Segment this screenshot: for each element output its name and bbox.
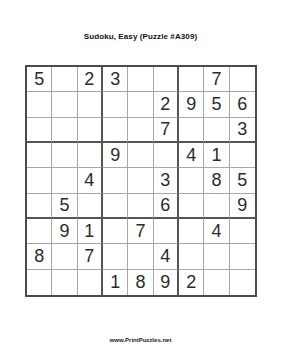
cell-r5c9[interactable]: 5 <box>230 168 255 193</box>
cell-r2c2[interactable] <box>52 92 77 117</box>
cell-r3c6[interactable]: 7 <box>154 118 179 143</box>
cell-r7c5[interactable]: 7 <box>128 219 153 244</box>
cell-r7c9[interactable] <box>230 219 255 244</box>
footer-url: www.PrintPuzzles.net <box>0 337 281 343</box>
cell-r6c2[interactable]: 5 <box>52 194 77 219</box>
cell-r6c5[interactable] <box>128 194 153 219</box>
cell-r6c8[interactable] <box>204 194 229 219</box>
cell-r8c5[interactable] <box>128 244 153 269</box>
page-title: Sudoku, Easy (Puzzle #A309) <box>0 32 281 41</box>
cell-r8c7[interactable] <box>179 244 204 269</box>
cell-r4c1[interactable] <box>27 143 52 168</box>
cell-r6c7[interactable] <box>179 194 204 219</box>
cell-r1c6[interactable] <box>154 67 179 92</box>
puzzle-page: Sudoku, Easy (Puzzle #A309) 523729567394… <box>0 0 281 363</box>
cell-r3c9[interactable]: 3 <box>230 118 255 143</box>
cell-r5c7[interactable] <box>179 168 204 193</box>
cell-r9c8[interactable] <box>204 270 229 295</box>
cell-r2c8[interactable]: 5 <box>204 92 229 117</box>
cell-r4c7[interactable]: 4 <box>179 143 204 168</box>
cell-r2c5[interactable] <box>128 92 153 117</box>
cell-r9c2[interactable] <box>52 270 77 295</box>
cell-r5c5[interactable] <box>128 168 153 193</box>
cell-r1c7[interactable] <box>179 67 204 92</box>
cell-r8c6[interactable]: 4 <box>154 244 179 269</box>
cell-r4c5[interactable] <box>128 143 153 168</box>
cell-r6c3[interactable] <box>78 194 103 219</box>
cell-r3c3[interactable] <box>78 118 103 143</box>
cell-r7c3[interactable]: 1 <box>78 219 103 244</box>
cell-r9c5[interactable]: 8 <box>128 270 153 295</box>
cell-r1c5[interactable] <box>128 67 153 92</box>
cell-r9c1[interactable] <box>27 270 52 295</box>
cell-r5c8[interactable]: 8 <box>204 168 229 193</box>
cell-r2c6[interactable]: 2 <box>154 92 179 117</box>
cell-r3c7[interactable] <box>179 118 204 143</box>
cell-r5c6[interactable]: 3 <box>154 168 179 193</box>
cell-r1c9[interactable] <box>230 67 255 92</box>
cell-r3c8[interactable] <box>204 118 229 143</box>
cell-r8c9[interactable] <box>230 244 255 269</box>
cell-r7c7[interactable] <box>179 219 204 244</box>
cell-r9c9[interactable] <box>230 270 255 295</box>
cell-r4c9[interactable] <box>230 143 255 168</box>
cell-r6c9[interactable]: 9 <box>230 194 255 219</box>
cell-r1c4[interactable]: 3 <box>103 67 128 92</box>
cell-r5c2[interactable] <box>52 168 77 193</box>
cell-r4c8[interactable]: 1 <box>204 143 229 168</box>
cell-r7c8[interactable]: 4 <box>204 219 229 244</box>
cell-r6c1[interactable] <box>27 194 52 219</box>
cell-r8c3[interactable]: 7 <box>78 244 103 269</box>
cell-r5c4[interactable] <box>103 168 128 193</box>
cell-r1c1[interactable]: 5 <box>27 67 52 92</box>
cell-r1c2[interactable] <box>52 67 77 92</box>
cell-r2c9[interactable]: 6 <box>230 92 255 117</box>
cell-r8c4[interactable] <box>103 244 128 269</box>
cell-r2c1[interactable] <box>27 92 52 117</box>
cell-r8c8[interactable] <box>204 244 229 269</box>
cell-r4c4[interactable]: 9 <box>103 143 128 168</box>
cell-r2c7[interactable]: 9 <box>179 92 204 117</box>
cell-r7c6[interactable] <box>154 219 179 244</box>
cell-r9c6[interactable]: 9 <box>154 270 179 295</box>
cell-r9c4[interactable]: 1 <box>103 270 128 295</box>
sudoku-board: 5237295673941438556991748741892 <box>25 65 257 297</box>
cell-r3c5[interactable] <box>128 118 153 143</box>
cell-r4c3[interactable] <box>78 143 103 168</box>
cell-r2c4[interactable] <box>103 92 128 117</box>
cell-r8c2[interactable] <box>52 244 77 269</box>
cell-r5c3[interactable]: 4 <box>78 168 103 193</box>
cell-r6c4[interactable] <box>103 194 128 219</box>
cell-r7c1[interactable] <box>27 219 52 244</box>
cell-r7c4[interactable] <box>103 219 128 244</box>
cell-r9c7[interactable]: 2 <box>179 270 204 295</box>
cell-r3c4[interactable] <box>103 118 128 143</box>
cell-r7c2[interactable]: 9 <box>52 219 77 244</box>
cell-r2c3[interactable] <box>78 92 103 117</box>
cell-r9c3[interactable] <box>78 270 103 295</box>
cell-r4c6[interactable] <box>154 143 179 168</box>
cell-r5c1[interactable] <box>27 168 52 193</box>
cell-r3c2[interactable] <box>52 118 77 143</box>
cell-r1c3[interactable]: 2 <box>78 67 103 92</box>
cell-r6c6[interactable]: 6 <box>154 194 179 219</box>
cell-r8c1[interactable]: 8 <box>27 244 52 269</box>
cell-r1c8[interactable]: 7 <box>204 67 229 92</box>
cell-r3c1[interactable] <box>27 118 52 143</box>
cell-r4c2[interactable] <box>52 143 77 168</box>
